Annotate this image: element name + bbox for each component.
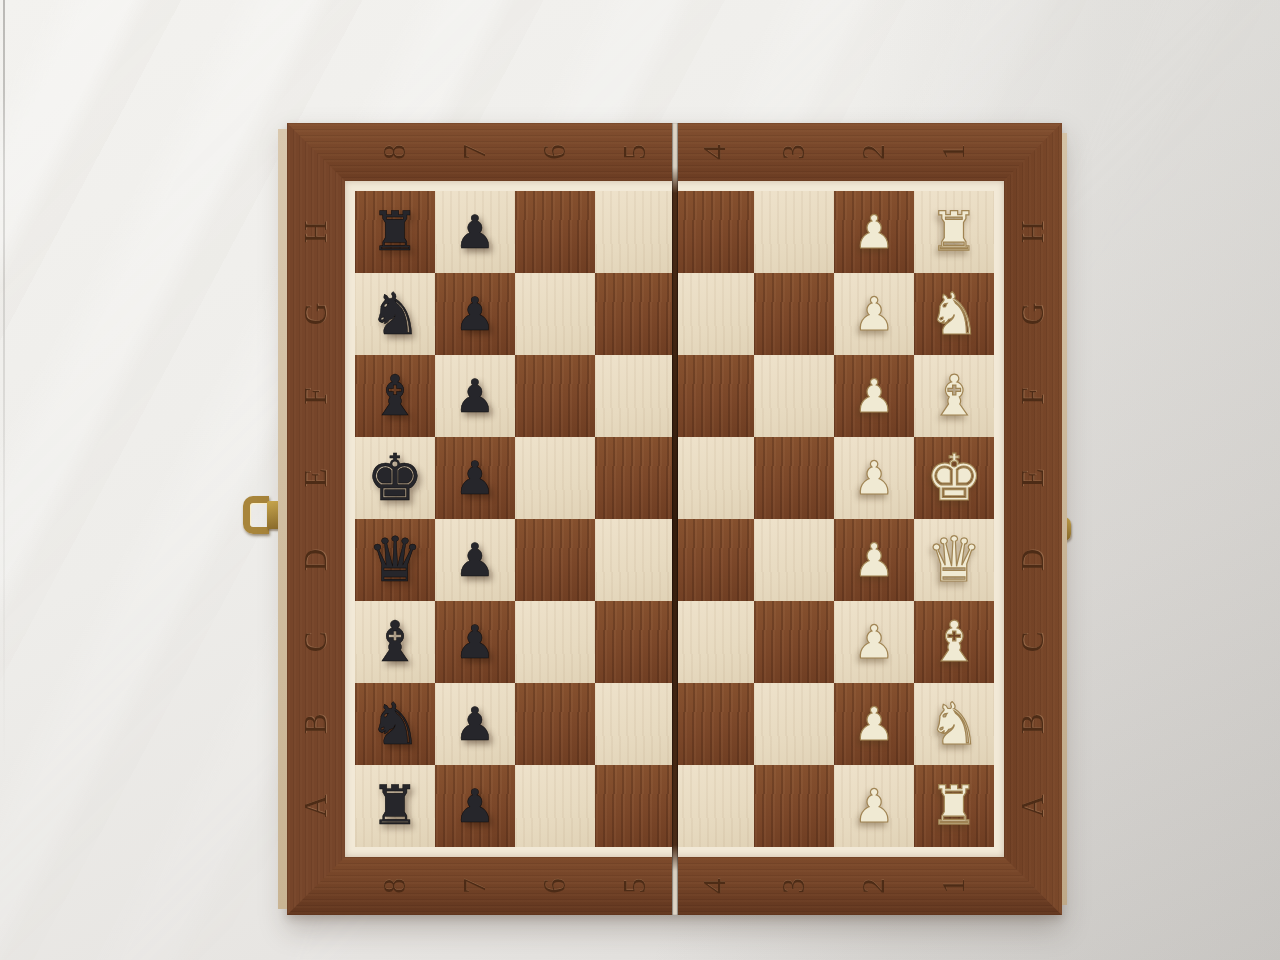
- rank-label-8: 8: [370, 846, 420, 926]
- rank-label-1: 1: [929, 846, 979, 926]
- white-bishop[interactable]: ♝: [929, 368, 979, 424]
- white-pawn[interactable]: ♟: [854, 373, 895, 419]
- white-queen[interactable]: ♛: [926, 529, 982, 591]
- rank-label-6: 6: [530, 112, 580, 192]
- square-a3[interactable]: [754, 765, 834, 847]
- black-pawn[interactable]: ♟: [454, 209, 495, 255]
- black-rook[interactable]: ♜: [371, 205, 419, 259]
- square-f4[interactable]: [675, 355, 755, 437]
- square-b2[interactable]: ♟: [834, 683, 914, 765]
- square-c1[interactable]: ♝: [914, 601, 994, 683]
- square-c7[interactable]: ♟: [435, 601, 515, 683]
- square-c4[interactable]: [675, 601, 755, 683]
- square-f3[interactable]: [754, 355, 834, 437]
- background-wall-line: [3, 0, 5, 960]
- square-h2[interactable]: ♟: [834, 191, 914, 273]
- square-a1[interactable]: ♜: [914, 765, 994, 847]
- black-bishop[interactable]: ♝: [370, 368, 420, 424]
- board-side-edge-right: [1062, 133, 1067, 905]
- chess-board: 87654321 87654321 HGFEDCBA HGFEDCBA ♜♟♟♜…: [287, 123, 1062, 915]
- black-pawn[interactable]: ♟: [454, 373, 495, 419]
- square-h4[interactable]: [675, 191, 755, 273]
- white-pawn[interactable]: ♟: [854, 209, 895, 255]
- square-c6[interactable]: [515, 601, 595, 683]
- square-b4[interactable]: [675, 683, 755, 765]
- square-h6[interactable]: [515, 191, 595, 273]
- white-king[interactable]: ♚: [925, 446, 982, 510]
- rank-label-6: 6: [530, 846, 580, 926]
- file-label-h: H: [992, 207, 1074, 257]
- square-h8[interactable]: ♜: [355, 191, 435, 273]
- square-b7[interactable]: ♟: [435, 683, 515, 765]
- white-pawn[interactable]: ♟: [854, 619, 895, 665]
- board-fold-seam: [672, 123, 678, 915]
- rank-label-4: 4: [689, 846, 739, 926]
- square-c2[interactable]: ♟: [834, 601, 914, 683]
- board-frame-right: HGFEDCBA: [1004, 123, 1062, 915]
- square-f6[interactable]: [515, 355, 595, 437]
- white-knight[interactable]: ♞: [928, 285, 980, 343]
- file-label-g: G: [992, 289, 1074, 339]
- square-h3[interactable]: [754, 191, 834, 273]
- square-b8[interactable]: ♞: [355, 683, 435, 765]
- white-pawn[interactable]: ♟: [854, 537, 895, 583]
- square-g3[interactable]: [754, 273, 834, 355]
- file-label-d: D: [992, 535, 1074, 585]
- square-d8[interactable]: ♛: [355, 519, 435, 601]
- square-a4[interactable]: [675, 765, 755, 847]
- rank-label-3: 3: [769, 112, 819, 192]
- square-f2[interactable]: ♟: [834, 355, 914, 437]
- photo-scene: 87654321 87654321 HGFEDCBA HGFEDCBA ♜♟♟♜…: [0, 0, 1280, 960]
- square-f5[interactable]: [595, 355, 675, 437]
- white-rook[interactable]: ♜: [930, 205, 978, 259]
- white-pawn[interactable]: ♟: [854, 783, 895, 829]
- square-e8[interactable]: ♚: [355, 437, 435, 519]
- rank-label-2: 2: [849, 112, 899, 192]
- square-g6[interactable]: [515, 273, 595, 355]
- square-h5[interactable]: [595, 191, 675, 273]
- square-e2[interactable]: ♟: [834, 437, 914, 519]
- square-f7[interactable]: ♟: [435, 355, 515, 437]
- square-a8[interactable]: ♜: [355, 765, 435, 847]
- white-pawn[interactable]: ♟: [854, 291, 895, 337]
- square-b5[interactable]: [595, 683, 675, 765]
- rank-label-4: 4: [689, 112, 739, 192]
- black-pawn[interactable]: ♟: [454, 619, 495, 665]
- file-label-a: A: [992, 781, 1074, 831]
- square-g2[interactable]: ♟: [834, 273, 914, 355]
- black-pawn[interactable]: ♟: [454, 455, 495, 501]
- square-a7[interactable]: ♟: [435, 765, 515, 847]
- board-side-edge-left: [278, 129, 287, 909]
- square-a5[interactable]: [595, 765, 675, 847]
- square-e6[interactable]: [515, 437, 595, 519]
- square-d4[interactable]: [675, 519, 755, 601]
- square-g7[interactable]: ♟: [435, 273, 515, 355]
- black-queen[interactable]: ♛: [367, 529, 423, 591]
- square-b1[interactable]: ♞: [914, 683, 994, 765]
- rank-label-7: 7: [450, 846, 500, 926]
- square-c8[interactable]: ♝: [355, 601, 435, 683]
- square-a2[interactable]: ♟: [834, 765, 914, 847]
- file-label-f: F: [992, 371, 1074, 421]
- square-b6[interactable]: [515, 683, 595, 765]
- file-labels-right: HGFEDCBA: [1008, 191, 1058, 847]
- white-rook[interactable]: ♜: [930, 779, 978, 833]
- brass-clasp-loop: [243, 496, 269, 534]
- black-rook[interactable]: ♜: [371, 779, 419, 833]
- black-knight[interactable]: ♞: [369, 695, 421, 753]
- square-e1[interactable]: ♚: [914, 437, 994, 519]
- square-d6[interactable]: [515, 519, 595, 601]
- square-e5[interactable]: [595, 437, 675, 519]
- rank-label-1: 1: [929, 112, 979, 192]
- square-g8[interactable]: ♞: [355, 273, 435, 355]
- square-f8[interactable]: ♝: [355, 355, 435, 437]
- black-king[interactable]: ♚: [366, 446, 423, 510]
- black-pawn[interactable]: ♟: [454, 783, 495, 829]
- square-h7[interactable]: ♟: [435, 191, 515, 273]
- square-g1[interactable]: ♞: [914, 273, 994, 355]
- white-knight[interactable]: ♞: [928, 695, 980, 753]
- white-pawn[interactable]: ♟: [854, 455, 895, 501]
- rank-label-8: 8: [370, 112, 420, 192]
- rank-label-3: 3: [769, 846, 819, 926]
- rank-label-2: 2: [849, 846, 899, 926]
- square-g5[interactable]: [595, 273, 675, 355]
- black-pawn[interactable]: ♟: [454, 291, 495, 337]
- square-e3[interactable]: [754, 437, 834, 519]
- black-pawn[interactable]: ♟: [454, 701, 495, 747]
- file-labels-left: HGFEDCBA: [291, 191, 341, 847]
- square-d2[interactable]: ♟: [834, 519, 914, 601]
- square-f1[interactable]: ♝: [914, 355, 994, 437]
- black-pawn[interactable]: ♟: [454, 537, 495, 583]
- square-b3[interactable]: [754, 683, 834, 765]
- square-d3[interactable]: [754, 519, 834, 601]
- black-bishop[interactable]: ♝: [370, 614, 420, 670]
- rank-label-5: 5: [610, 112, 660, 192]
- square-d7[interactable]: ♟: [435, 519, 515, 601]
- rank-label-5: 5: [610, 846, 660, 926]
- square-c3[interactable]: [754, 601, 834, 683]
- black-knight[interactable]: ♞: [369, 285, 421, 343]
- square-d5[interactable]: [595, 519, 675, 601]
- square-a6[interactable]: [515, 765, 595, 847]
- white-bishop[interactable]: ♝: [929, 614, 979, 670]
- file-label-c: C: [992, 617, 1074, 667]
- rank-label-7: 7: [450, 112, 500, 192]
- file-label-b: B: [992, 699, 1074, 749]
- square-e7[interactable]: ♟: [435, 437, 515, 519]
- square-d1[interactable]: ♛: [914, 519, 994, 601]
- square-h1[interactable]: ♜: [914, 191, 994, 273]
- board-frame-left: HGFEDCBA: [287, 123, 345, 915]
- square-g4[interactable]: [675, 273, 755, 355]
- square-c5[interactable]: [595, 601, 675, 683]
- square-e4[interactable]: [675, 437, 755, 519]
- brass-clasp: [243, 496, 283, 534]
- file-label-e: E: [992, 453, 1074, 503]
- white-pawn[interactable]: ♟: [854, 701, 895, 747]
